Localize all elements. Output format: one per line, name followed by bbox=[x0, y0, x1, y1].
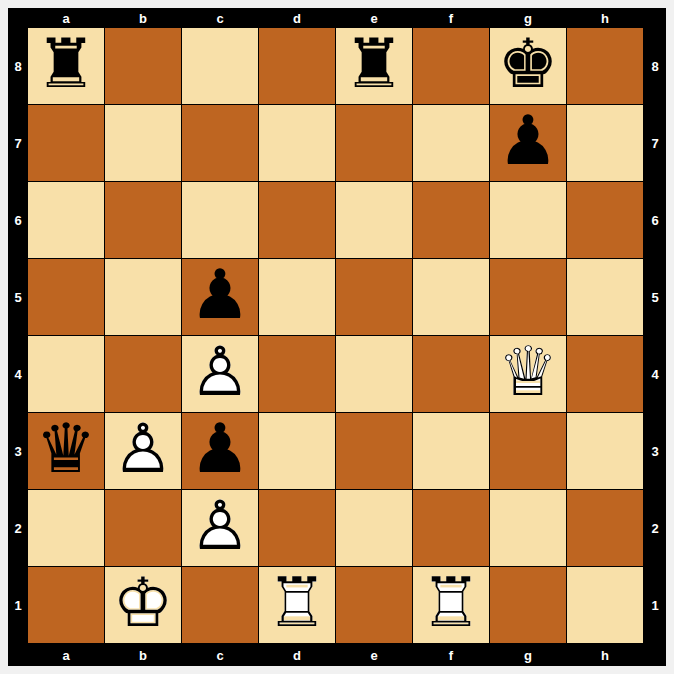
white-rook-glyph-outline: ♖ bbox=[259, 569, 335, 637]
black-pawn-glyph-fill: ♟ bbox=[182, 261, 258, 329]
square-b8[interactable] bbox=[105, 28, 181, 104]
square-a1[interactable] bbox=[28, 567, 104, 643]
square-d1[interactable]: ♜♖ bbox=[259, 567, 335, 643]
square-e5[interactable] bbox=[336, 259, 412, 335]
file-label-f: f bbox=[413, 644, 489, 666]
square-f6[interactable] bbox=[413, 182, 489, 258]
rank-label-8: 8 bbox=[644, 28, 666, 104]
white-king-glyph-fill: ♚ bbox=[105, 569, 181, 637]
square-e1[interactable] bbox=[336, 567, 412, 643]
square-a5[interactable] bbox=[28, 259, 104, 335]
square-d8[interactable] bbox=[259, 28, 335, 104]
rank-label-6: 6 bbox=[644, 182, 666, 258]
black-queen[interactable]: ♛♕ bbox=[28, 413, 104, 489]
square-d5[interactable] bbox=[259, 259, 335, 335]
white-king[interactable]: ♚♔ bbox=[105, 567, 181, 643]
chess-diagram-page: abcdefgh abcdefgh 87654321 87654321 ♜♖♜♖… bbox=[0, 0, 674, 674]
file-label-h: h bbox=[567, 8, 643, 28]
square-f1[interactable]: ♜♖ bbox=[413, 567, 489, 643]
square-f7[interactable] bbox=[413, 105, 489, 181]
square-d3[interactable] bbox=[259, 413, 335, 489]
square-f4[interactable] bbox=[413, 336, 489, 412]
square-h6[interactable] bbox=[567, 182, 643, 258]
black-queen-glyph-fill: ♛ bbox=[28, 415, 104, 483]
rank-label-2: 2 bbox=[644, 490, 666, 566]
black-pawn[interactable]: ♟♙ bbox=[182, 259, 258, 335]
black-rook[interactable]: ♜♖ bbox=[336, 28, 412, 104]
rank-label-1: 1 bbox=[644, 567, 666, 643]
file-label-e: e bbox=[336, 644, 412, 666]
square-b6[interactable] bbox=[105, 182, 181, 258]
white-pawn-glyph-fill: ♟ bbox=[182, 338, 258, 406]
rank-label-1: 1 bbox=[8, 567, 28, 643]
black-pawn-glyph-fill: ♟ bbox=[490, 107, 566, 175]
square-a7[interactable] bbox=[28, 105, 104, 181]
file-label-b: b bbox=[105, 8, 181, 28]
square-e2[interactable] bbox=[336, 490, 412, 566]
square-a8[interactable]: ♜♖ bbox=[28, 28, 104, 104]
file-label-g: g bbox=[490, 8, 566, 28]
square-f8[interactable] bbox=[413, 28, 489, 104]
square-b4[interactable] bbox=[105, 336, 181, 412]
square-c3[interactable]: ♟♙ bbox=[182, 413, 258, 489]
square-a4[interactable] bbox=[28, 336, 104, 412]
square-h2[interactable] bbox=[567, 490, 643, 566]
file-label-g: g bbox=[490, 644, 566, 666]
square-c1[interactable] bbox=[182, 567, 258, 643]
file-labels-top: abcdefgh bbox=[28, 8, 643, 28]
rank-label-6: 6 bbox=[8, 182, 28, 258]
white-pawn-glyph-fill: ♟ bbox=[105, 415, 181, 483]
square-g3[interactable] bbox=[490, 413, 566, 489]
white-queen-glyph-fill: ♛ bbox=[490, 338, 566, 406]
black-pawn-glyph-fill: ♟ bbox=[182, 415, 258, 483]
square-f5[interactable] bbox=[413, 259, 489, 335]
square-a2[interactable] bbox=[28, 490, 104, 566]
square-c2[interactable]: ♟♙ bbox=[182, 490, 258, 566]
black-rook-glyph-fill: ♜ bbox=[336, 30, 412, 98]
white-pawn-glyph-outline: ♙ bbox=[182, 492, 258, 560]
file-label-d: d bbox=[259, 8, 335, 28]
board: ♜♖♜♖♚♔♟♙♟♙♟♙♛♕♛♕♟♙♟♙♟♙♚♔♜♖♜♖ bbox=[28, 28, 643, 643]
square-b3[interactable]: ♟♙ bbox=[105, 413, 181, 489]
square-g7[interactable]: ♟♙ bbox=[490, 105, 566, 181]
square-h4[interactable] bbox=[567, 336, 643, 412]
rank-label-5: 5 bbox=[644, 259, 666, 335]
square-g5[interactable] bbox=[490, 259, 566, 335]
white-pawn-glyph-outline: ♙ bbox=[105, 415, 181, 483]
square-e4[interactable] bbox=[336, 336, 412, 412]
square-g8[interactable]: ♚♔ bbox=[490, 28, 566, 104]
white-pawn[interactable]: ♟♙ bbox=[182, 336, 258, 412]
square-d2[interactable] bbox=[259, 490, 335, 566]
white-pawn-glyph-fill: ♟ bbox=[182, 492, 258, 560]
square-c8[interactable] bbox=[182, 28, 258, 104]
square-g6[interactable] bbox=[490, 182, 566, 258]
rank-label-5: 5 bbox=[8, 259, 28, 335]
white-queen[interactable]: ♛♕ bbox=[490, 336, 566, 412]
file-label-b: b bbox=[105, 644, 181, 666]
white-king-glyph-outline: ♔ bbox=[105, 569, 181, 637]
rank-label-7: 7 bbox=[8, 105, 28, 181]
file-labels-bottom: abcdefgh bbox=[28, 644, 643, 666]
file-label-c: c bbox=[182, 644, 258, 666]
square-h8[interactable] bbox=[567, 28, 643, 104]
black-king[interactable]: ♚♔ bbox=[490, 28, 566, 104]
square-a6[interactable] bbox=[28, 182, 104, 258]
black-pawn[interactable]: ♟♙ bbox=[182, 413, 258, 489]
square-b7[interactable] bbox=[105, 105, 181, 181]
file-label-f: f bbox=[413, 8, 489, 28]
white-pawn[interactable]: ♟♙ bbox=[105, 413, 181, 489]
white-queen-glyph-outline: ♕ bbox=[490, 338, 566, 406]
square-h1[interactable] bbox=[567, 567, 643, 643]
file-label-a: a bbox=[28, 8, 104, 28]
square-c6[interactable] bbox=[182, 182, 258, 258]
white-rook[interactable]: ♜♖ bbox=[259, 567, 335, 643]
square-h7[interactable] bbox=[567, 105, 643, 181]
black-rook[interactable]: ♜♖ bbox=[28, 28, 104, 104]
white-rook-glyph-fill: ♜ bbox=[413, 569, 489, 637]
white-rook-glyph-outline: ♖ bbox=[413, 569, 489, 637]
white-rook-glyph-fill: ♜ bbox=[259, 569, 335, 637]
rank-label-4: 4 bbox=[644, 336, 666, 412]
file-label-e: e bbox=[336, 8, 412, 28]
square-b1[interactable]: ♚♔ bbox=[105, 567, 181, 643]
rank-label-4: 4 bbox=[8, 336, 28, 412]
square-e8[interactable]: ♜♖ bbox=[336, 28, 412, 104]
square-g1[interactable] bbox=[490, 567, 566, 643]
square-h5[interactable] bbox=[567, 259, 643, 335]
square-f3[interactable] bbox=[413, 413, 489, 489]
square-f2[interactable] bbox=[413, 490, 489, 566]
rank-label-2: 2 bbox=[8, 490, 28, 566]
black-king-glyph-fill: ♚ bbox=[490, 30, 566, 98]
rank-label-3: 3 bbox=[8, 413, 28, 489]
rank-labels-left: 87654321 bbox=[8, 28, 28, 643]
rank-label-8: 8 bbox=[8, 28, 28, 104]
square-g4[interactable]: ♛♕ bbox=[490, 336, 566, 412]
square-b5[interactable] bbox=[105, 259, 181, 335]
file-label-d: d bbox=[259, 644, 335, 666]
square-c7[interactable] bbox=[182, 105, 258, 181]
square-d4[interactable] bbox=[259, 336, 335, 412]
square-e7[interactable] bbox=[336, 105, 412, 181]
square-g2[interactable] bbox=[490, 490, 566, 566]
file-label-h: h bbox=[567, 644, 643, 666]
square-e3[interactable] bbox=[336, 413, 412, 489]
square-d6[interactable] bbox=[259, 182, 335, 258]
square-a3[interactable]: ♛♕ bbox=[28, 413, 104, 489]
square-b2[interactable] bbox=[105, 490, 181, 566]
rank-label-3: 3 bbox=[644, 413, 666, 489]
rank-label-7: 7 bbox=[644, 105, 666, 181]
square-c4[interactable]: ♟♙ bbox=[182, 336, 258, 412]
white-rook[interactable]: ♜♖ bbox=[413, 567, 489, 643]
board-frame: abcdefgh abcdefgh 87654321 87654321 ♜♖♜♖… bbox=[8, 8, 666, 666]
square-e6[interactable] bbox=[336, 182, 412, 258]
square-c5[interactable]: ♟♙ bbox=[182, 259, 258, 335]
black-pawn[interactable]: ♟♙ bbox=[490, 105, 566, 181]
square-d7[interactable] bbox=[259, 105, 335, 181]
square-h3[interactable] bbox=[567, 413, 643, 489]
rank-labels-right: 87654321 bbox=[644, 28, 666, 643]
file-label-a: a bbox=[28, 644, 104, 666]
white-pawn-glyph-outline: ♙ bbox=[182, 338, 258, 406]
white-pawn[interactable]: ♟♙ bbox=[182, 490, 258, 566]
file-label-c: c bbox=[182, 8, 258, 28]
black-rook-glyph-fill: ♜ bbox=[28, 30, 104, 98]
